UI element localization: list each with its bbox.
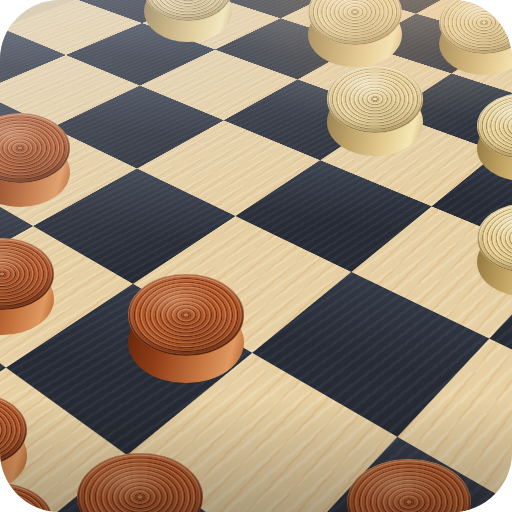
board-photo-frame (0, 0, 512, 512)
checker-piece-red-e2[interactable] (347, 459, 471, 512)
checker-piece-cream-c8[interactable] (439, 0, 512, 75)
piece-top-face-rings (0, 483, 53, 512)
checker-piece-cream-d7[interactable] (477, 93, 512, 181)
piece-top-face-rings (77, 453, 203, 512)
checker-piece-cream-b7[interactable] (308, 0, 402, 67)
checker-piece-red-b5[interactable] (0, 113, 70, 207)
piece-top-face-rings (327, 65, 423, 132)
pieces-layer (0, 0, 512, 512)
piece-top-face-rings (347, 459, 471, 512)
piece-top-face-rings (128, 274, 244, 355)
checker-piece-red-a4[interactable] (0, 238, 54, 336)
checker-piece-cream-a6[interactable] (144, 0, 232, 42)
checker-piece-cream-c6[interactable] (327, 65, 423, 155)
checker-piece-cream-e6[interactable] (477, 203, 512, 297)
checker-piece-red-b3[interactable] (0, 393, 27, 493)
checker-piece-red-a2[interactable] (0, 483, 53, 512)
checker-piece-red-d3[interactable] (128, 274, 244, 383)
checker-piece-red-c2[interactable] (77, 453, 203, 512)
